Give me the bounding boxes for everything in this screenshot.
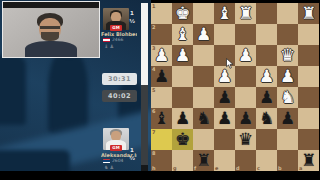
player-bottom-title-badge: GM — [110, 145, 122, 151]
white-pawn: ♟ — [172, 45, 193, 66]
streamer-shirt — [25, 41, 77, 58]
square-h5[interactable]: 5 — [151, 87, 172, 108]
square-h8[interactable]: 8h — [151, 150, 172, 171]
webcam-letterbox — [3, 2, 99, 8]
square-d8[interactable]: d — [235, 150, 256, 171]
stream-frame: GM 1 ½ Felix Blohber... 2466 ♝♟ 30:31 40… — [0, 0, 320, 180]
square-b8[interactable]: b — [277, 150, 298, 171]
square-e8[interactable]: e — [214, 150, 235, 171]
webcam-feed — [2, 1, 100, 58]
square-b4[interactable]: ♟ — [277, 66, 298, 87]
square-f6[interactable]: ♞ — [193, 108, 214, 129]
black-pawn: ♟ — [214, 87, 235, 108]
white-knight: ♞ — [277, 87, 298, 108]
rank-label: 2 — [152, 24, 155, 30]
square-a4[interactable] — [298, 66, 319, 87]
white-queen: ♛ — [277, 45, 298, 66]
square-d4[interactable] — [235, 66, 256, 87]
white-pawn: ♟ — [256, 66, 277, 87]
black-pawn: ♟ — [256, 87, 277, 108]
black-knight: ♞ — [256, 108, 277, 129]
white-pawn: ♟ — [151, 45, 172, 66]
square-b6[interactable]: ♟ — [277, 108, 298, 129]
square-b3[interactable]: ♛ — [277, 45, 298, 66]
white-pawn: ♟ — [235, 45, 256, 66]
chess-piece-silhouette — [48, 48, 88, 136]
score-line: 1 — [127, 10, 137, 18]
player-top-score: 1 ½ — [127, 10, 137, 25]
rank-label: 8 — [152, 150, 155, 156]
black-queen: ♛ — [235, 129, 256, 150]
square-a3[interactable] — [298, 45, 319, 66]
rank-label: 5 — [152, 87, 155, 93]
square-e7[interactable] — [214, 129, 235, 150]
square-d5[interactable] — [235, 87, 256, 108]
square-f2[interactable]: ♟ — [193, 24, 214, 45]
streamer-glasses — [40, 26, 60, 29]
square-b7[interactable] — [277, 129, 298, 150]
square-c4[interactable]: ♟ — [256, 66, 277, 87]
square-d2[interactable] — [235, 24, 256, 45]
square-c3[interactable] — [256, 45, 277, 66]
square-e1[interactable]: ♝ — [214, 3, 235, 24]
square-h1[interactable]: 1 — [151, 3, 172, 24]
square-c6[interactable]: ♞ — [256, 108, 277, 129]
square-a8[interactable]: a♜ — [298, 150, 319, 171]
square-d1[interactable]: ♜ — [235, 3, 256, 24]
square-g6[interactable]: ♟ — [172, 108, 193, 129]
square-a6[interactable] — [298, 108, 319, 129]
rank-label: 1 — [152, 3, 155, 9]
square-c5[interactable]: ♟ — [256, 87, 277, 108]
square-g1[interactable]: ♚ — [172, 3, 193, 24]
clock-white: 30:31 — [102, 73, 137, 85]
square-b5[interactable]: ♞ — [277, 87, 298, 108]
black-pawn: ♟ — [151, 66, 172, 87]
white-pawn: ♟ — [193, 24, 214, 45]
square-e6[interactable]: ♟ — [214, 108, 235, 129]
black-rook: ♜ — [193, 150, 214, 171]
square-c8[interactable]: c — [256, 150, 277, 171]
square-g8[interactable]: g — [172, 150, 193, 171]
white-rook: ♜ — [235, 3, 256, 24]
square-g2[interactable]: ♝ — [172, 24, 193, 45]
evaluation-bar — [141, 3, 148, 171]
square-f5[interactable] — [193, 87, 214, 108]
table-shadow — [0, 150, 70, 171]
rank-label: 7 — [152, 129, 155, 135]
square-f7[interactable] — [193, 129, 214, 150]
square-f4[interactable] — [193, 66, 214, 87]
streamer-beard — [41, 32, 59, 41]
white-king: ♚ — [172, 3, 193, 24]
white-pawn: ♟ — [277, 66, 298, 87]
black-king: ♚ — [172, 129, 193, 150]
chess-board[interactable]: 1♚♝♜♜2♝♟3♟♟♟♛4♟♟♟♟5♟♟♞6♝♟♞♟♟♞♟7♚♛8hgf♜ed… — [151, 3, 319, 171]
black-knight: ♞ — [193, 108, 214, 129]
square-a7[interactable] — [298, 129, 319, 150]
black-pawn: ♟ — [214, 108, 235, 129]
square-e2[interactable] — [214, 24, 235, 45]
square-c2[interactable] — [256, 24, 277, 45]
square-b1[interactable] — [277, 3, 298, 24]
square-h2[interactable]: 2 — [151, 24, 172, 45]
score-line: ½ — [127, 18, 137, 26]
square-f3[interactable] — [193, 45, 214, 66]
player-bottom-captured-pieces: ♞♟ — [104, 164, 115, 170]
square-a2[interactable] — [298, 24, 319, 45]
white-bishop: ♝ — [172, 24, 193, 45]
black-pawn: ♟ — [235, 108, 256, 129]
black-rook: ♜ — [298, 150, 319, 171]
square-h7[interactable]: 7 — [151, 129, 172, 150]
player-bottom-rating: 2604 — [112, 158, 123, 163]
clock-black: 40:02 — [102, 90, 137, 102]
square-g7[interactable]: ♚ — [172, 129, 193, 150]
player-top-rating: 2466 — [112, 37, 123, 42]
black-pawn: ♟ — [277, 108, 298, 129]
square-c1[interactable] — [256, 3, 277, 24]
square-d7[interactable]: ♛ — [235, 129, 256, 150]
square-h4[interactable]: 4♟ — [151, 66, 172, 87]
square-a1[interactable]: ♜ — [298, 3, 319, 24]
square-a5[interactable] — [298, 87, 319, 108]
square-g3[interactable]: ♟ — [172, 45, 193, 66]
letterbox-bar — [0, 171, 320, 180]
square-b2[interactable] — [277, 24, 298, 45]
black-pawn: ♟ — [172, 108, 193, 129]
square-d6[interactable]: ♟ — [235, 108, 256, 129]
mouse-cursor-icon — [226, 54, 234, 73]
square-g4[interactable] — [172, 66, 193, 87]
square-d3[interactable]: ♟ — [235, 45, 256, 66]
evaluation-bar-white-fill — [141, 3, 148, 85]
chess-piece-silhouette — [0, 55, 26, 125]
square-h6[interactable]: 6♝ — [151, 108, 172, 129]
square-f8[interactable]: f♜ — [193, 150, 214, 171]
square-c7[interactable] — [256, 129, 277, 150]
player-top-flag-icon — [103, 38, 110, 42]
square-e5[interactable]: ♟ — [214, 87, 235, 108]
white-rook: ♜ — [298, 3, 319, 24]
square-g5[interactable] — [172, 87, 193, 108]
player-top-captured-pieces: ♝♟ — [104, 43, 115, 49]
player-bottom-flag-icon — [103, 159, 110, 163]
square-f1[interactable] — [193, 3, 214, 24]
white-bishop: ♝ — [214, 3, 235, 24]
square-h3[interactable]: 3♟ — [151, 45, 172, 66]
black-bishop: ♝ — [151, 108, 172, 129]
